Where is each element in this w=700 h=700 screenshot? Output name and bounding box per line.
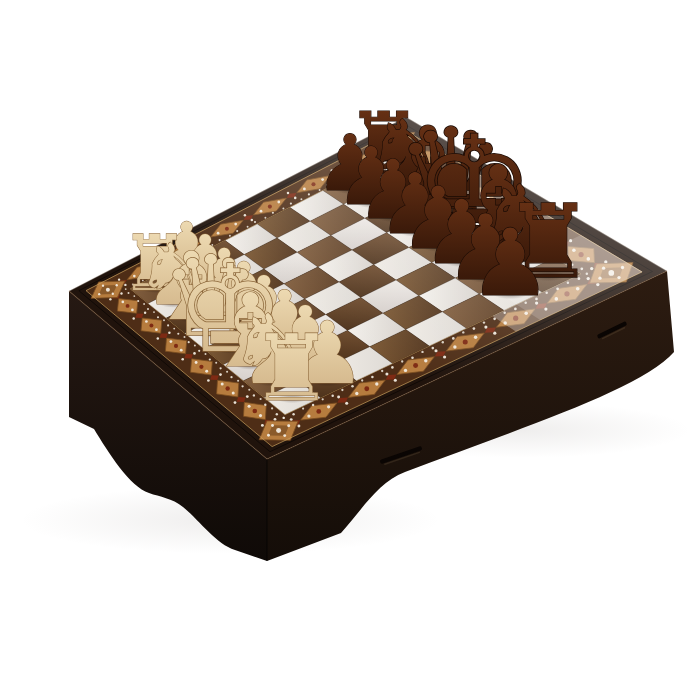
chess-set-photo: ♜♞♟♝♟♛♟♚♟♝♟♞♟♟♜♟♟♜♟♟♞♟♝♟♛♟♚♟♝♟♞♜: [0, 0, 700, 700]
piece-white-rook-h1: ♜: [251, 315, 333, 422]
product-photo-stage: ♜♞♟♝♟♛♟♚♟♝♟♞♟♟♜♟♟♜♟♟♞♟♝♟♛♟♚♟♝♟♞♜: [0, 0, 700, 700]
piece-black-pawn-h7: ♟: [469, 209, 552, 317]
